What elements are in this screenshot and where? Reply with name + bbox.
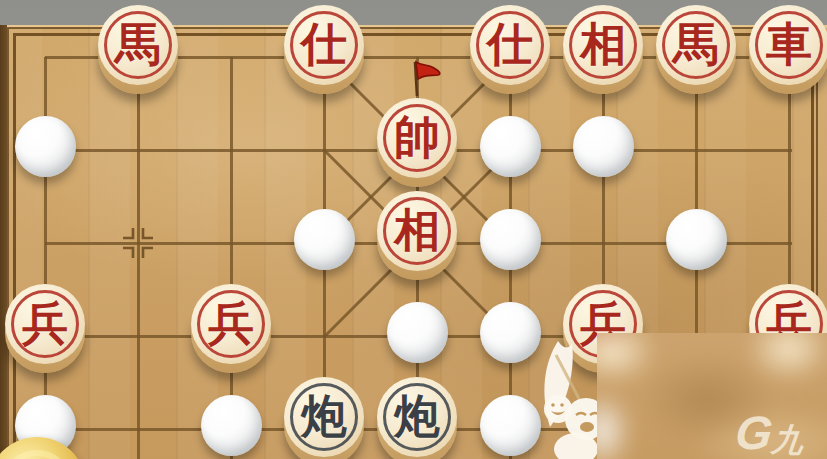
piece-face: 馬 bbox=[656, 5, 736, 85]
hidden-piece-ball[interactable] bbox=[480, 116, 541, 177]
piece-cannon-black[interactable]: 炮 bbox=[377, 377, 457, 457]
hidden-piece-ball[interactable] bbox=[15, 116, 76, 177]
piece-face: 馬 bbox=[98, 5, 178, 85]
logo-text: 九游 bbox=[764, 419, 827, 459]
hidden-piece-ball[interactable] bbox=[294, 209, 355, 270]
piece-elephant-red[interactable]: 相 bbox=[377, 191, 457, 271]
point-marker bbox=[119, 224, 157, 262]
hidden-piece-ball[interactable] bbox=[666, 209, 727, 270]
xiangqi-game-screen: 馬 仕 仕 相 馬 車 帥 相 bbox=[0, 0, 827, 459]
piece-soldier-red[interactable]: 兵 bbox=[5, 284, 85, 364]
piece-character: 兵 bbox=[208, 300, 254, 346]
piece-face: 炮 bbox=[284, 377, 364, 457]
piece-face: 相 bbox=[377, 191, 457, 271]
piece-soldier-red[interactable]: 兵 bbox=[191, 284, 271, 364]
piece-elephant-red[interactable]: 相 bbox=[563, 5, 643, 85]
watermark-logo: G 九游 bbox=[728, 409, 827, 459]
piece-character: 相 bbox=[580, 21, 626, 67]
piece-cannon-black[interactable]: 炮 bbox=[284, 377, 364, 457]
hidden-piece-ball[interactable] bbox=[480, 209, 541, 270]
piece-horse-red[interactable]: 馬 bbox=[656, 5, 736, 85]
piece-face: 兵 bbox=[191, 284, 271, 364]
piece-character: 相 bbox=[394, 207, 440, 253]
piece-face: 仕 bbox=[470, 5, 550, 85]
piece-character: 仕 bbox=[487, 21, 533, 67]
piece-character: 仕 bbox=[301, 21, 347, 67]
gold-ball-pattern bbox=[1, 450, 73, 459]
piece-face: 兵 bbox=[5, 284, 85, 364]
piece-character: 炮 bbox=[394, 393, 440, 439]
hidden-piece-ball[interactable] bbox=[201, 395, 262, 456]
piece-face: 炮 bbox=[377, 377, 457, 457]
piece-character: 帥 bbox=[394, 114, 440, 160]
hidden-piece-ball[interactable] bbox=[573, 116, 634, 177]
piece-face: 帥 bbox=[377, 98, 457, 178]
piece-face: 相 bbox=[563, 5, 643, 85]
piece-advisor-red[interactable]: 仕 bbox=[284, 5, 364, 85]
general-home-flag-marker bbox=[408, 59, 446, 103]
piece-chariot-red[interactable]: 車 bbox=[749, 5, 827, 85]
board-left-edge bbox=[0, 25, 7, 459]
hidden-piece-ball[interactable] bbox=[480, 395, 541, 456]
piece-character: 炮 bbox=[301, 393, 347, 439]
piece-character: 馬 bbox=[115, 21, 161, 67]
piece-character: 馬 bbox=[673, 21, 719, 67]
piece-face: 車 bbox=[749, 5, 827, 85]
logo-g-glyph: G bbox=[733, 409, 775, 456]
piece-face: 仕 bbox=[284, 5, 364, 85]
piece-advisor-red[interactable]: 仕 bbox=[470, 5, 550, 85]
hidden-piece-ball[interactable] bbox=[480, 302, 541, 363]
piece-character: 車 bbox=[766, 21, 812, 67]
piece-character: 兵 bbox=[22, 300, 68, 346]
piece-horse-red[interactable]: 馬 bbox=[98, 5, 178, 85]
hidden-piece-ball[interactable] bbox=[387, 302, 448, 363]
piece-general-red[interactable]: 帥 bbox=[377, 98, 457, 178]
